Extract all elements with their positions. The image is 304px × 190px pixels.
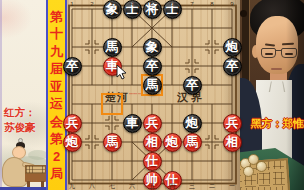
piece-red-炮-6-7[interactable]: 炮 [163,133,182,152]
photo-eye-right [285,53,293,55]
bottom-blue-strip [0,187,46,190]
photo-piece-disc-3 [243,166,254,177]
coord-top-2: 2 [90,1,93,7]
piece-red-仕-5-8[interactable]: 仕 [143,152,162,171]
piece-black-馬-3-2[interactable]: 馬 [103,38,122,57]
red-side-label: 红方： 苏俊豪 [4,105,36,135]
piece-red-兵-9-6[interactable]: 兵 [223,114,242,133]
coord-top-6: 6 [170,1,173,7]
photo-piece-disc-4 [256,161,267,172]
piece-black-車-4-6[interactable]: 車 [123,114,142,133]
coord-bottom-1: 九 [69,183,75,189]
red-side-player: 苏俊豪 [4,120,36,135]
piece-red-相-9-7[interactable]: 相 [223,133,242,152]
coord-top-4: 4 [130,1,133,7]
piece-black-卒-1-3[interactable]: 卒 [63,57,82,76]
coord-bottom-4: 六 [129,183,135,189]
piece-red-兵-1-6[interactable]: 兵 [63,114,82,133]
coord-top-5: 5 [150,1,153,7]
photo-eye-left [265,53,273,55]
piece-black-象-5-2[interactable]: 象 [143,38,162,57]
piece-black-卒-5-3[interactable]: 卒 [143,57,162,76]
cartoon-hill-2 [28,150,46,160]
piece-black-炮-9-2[interactable]: 炮 [223,38,242,57]
photo-shirt-collar [269,81,285,92]
piece-black-馬-5-4[interactable]: 馬 [143,76,162,95]
coord-top-9: 9 [230,1,233,7]
coord-top-3: 3 [110,1,113,7]
coord-bottom-5: 五 [149,183,155,189]
video-frame: 红方： 苏俊豪 第十九届亚运会第2局 12345 [0,0,304,190]
black-side-label: 黑方：郑惟桐 [251,117,304,131]
coord-bottom-8: 二 [209,183,215,189]
board-grid: 象士将士馬象炮卒卒卒馬卒車炮車兵兵兵炮馬相炮馬相仕帅仕 [62,0,242,190]
coord-bottom-2: 八 [89,183,95,189]
red-side-title: 红方： [4,105,36,120]
piece-red-兵-5-6[interactable]: 兵 [143,114,162,133]
coord-bottom-3: 七 [109,183,115,189]
coord-bottom-6: 四 [169,183,175,189]
piece-red-炮-1-7[interactable]: 炮 [63,133,82,152]
cartoon-game-board [25,165,46,174]
left-info-panel: 红方： 苏俊豪 [0,0,46,190]
coord-top-7: 7 [190,1,193,7]
photo-glasses-bridge [276,50,282,53]
photo-face [256,16,298,74]
coord-bottom-9: 一 [229,183,235,189]
player-photo: 黑方：郑惟桐 [240,0,304,190]
cartoon-figure [0,138,46,190]
piece-red-馬-3-7[interactable]: 馬 [103,133,122,152]
coord-bottom-7: 三 [189,183,195,189]
piece-red-相-5-7[interactable]: 相 [143,133,162,152]
piece-black-炮-7-6[interactable]: 炮 [183,114,202,133]
piece-black-卒-7-4[interactable]: 卒 [183,76,202,95]
coord-top-8: 8 [210,1,213,7]
piece-red-馬-7-7[interactable]: 馬 [183,133,202,152]
coord-top-1: 1 [70,1,73,7]
piece-black-卒-9-3[interactable]: 卒 [223,57,242,76]
photo-mouth [271,68,282,70]
xiangqi-board[interactable]: 123456789 九八七六五四三二一 楚河 汉界 ▪▪▪▪▪▪▪ ▪▪▪▪ 象… [67,0,240,190]
